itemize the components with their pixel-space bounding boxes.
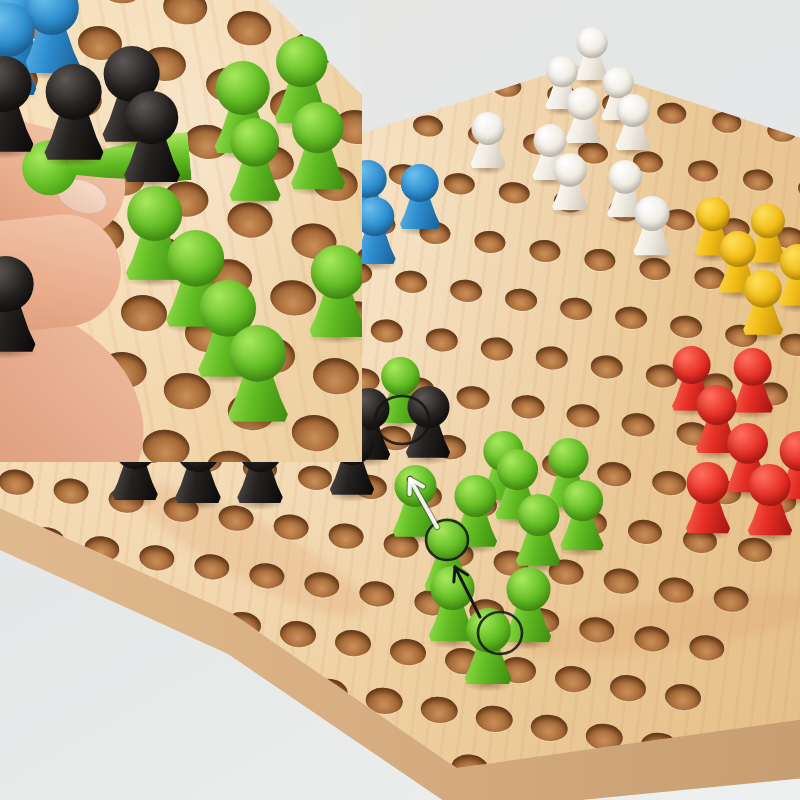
peg-head [744, 270, 782, 308]
peg-head [292, 102, 343, 153]
peg-green[interactable] [226, 325, 289, 422]
board-hole [89, 641, 129, 672]
board-hole [0, 778, 3, 800]
peg-head [548, 438, 588, 478]
peg-head [608, 160, 642, 194]
board-hole [144, 650, 184, 681]
peg-head [407, 386, 449, 428]
peg-head [566, 87, 599, 120]
peg-red[interactable] [746, 464, 793, 536]
peg-yellow[interactable] [742, 270, 784, 335]
board-hole [436, 65, 468, 89]
board-hole [230, 716, 270, 747]
peg-head [561, 480, 602, 521]
peg-black[interactable] [122, 91, 182, 182]
board-hole [381, 56, 413, 80]
peg-head [635, 196, 670, 231]
peg-red[interactable] [684, 462, 731, 534]
board-hole [120, 698, 160, 729]
peg-head [517, 494, 559, 536]
peg-head [0, 56, 32, 112]
peg-head [546, 56, 577, 87]
peg-head [697, 385, 737, 425]
board-hole [16, 787, 57, 800]
board-hole [285, 725, 325, 756]
peg-green[interactable] [228, 118, 282, 201]
board-hole [206, 765, 247, 797]
peg-black[interactable] [0, 56, 35, 152]
peg-head [696, 197, 730, 231]
peg-head [0, 256, 34, 312]
board-hole [261, 774, 302, 800]
peg-white[interactable] [615, 94, 652, 150]
board-hole [10, 680, 50, 711]
peg-blue[interactable] [399, 164, 442, 229]
peg-head [734, 348, 772, 386]
peg-head [168, 230, 225, 287]
peg-head [430, 566, 474, 610]
peg-black[interactable] [404, 386, 451, 458]
peg-head [454, 475, 496, 517]
board-hole [316, 783, 357, 800]
peg-head [216, 61, 270, 115]
peg-head [687, 462, 729, 504]
peg-head [230, 325, 287, 382]
board-hole [175, 707, 215, 738]
peg-head [46, 64, 102, 120]
board-hole [4, 574, 43, 604]
peg-head [426, 518, 469, 561]
peg-green[interactable] [308, 245, 362, 337]
peg-head [720, 231, 756, 267]
board-hole [96, 747, 137, 779]
peg-head [466, 608, 511, 653]
board-hole [199, 659, 239, 690]
peg-white[interactable] [565, 87, 602, 143]
board-hole [41, 738, 82, 770]
peg-head [496, 449, 537, 490]
peg-head [616, 94, 649, 127]
board-hole [353, 51, 362, 90]
peg-green[interactable] [289, 102, 346, 190]
board-hole [34, 632, 74, 663]
peg-white[interactable] [551, 153, 589, 211]
board-hole [65, 689, 105, 720]
peg-head [728, 423, 769, 464]
peg-head [506, 567, 550, 611]
peg-green[interactable] [559, 480, 605, 550]
peg-black[interactable] [0, 256, 37, 352]
peg-head [0, 3, 35, 57]
board-hole [71, 796, 112, 800]
photo-canvas [0, 0, 800, 800]
peg-head [673, 346, 711, 384]
peg-head [749, 464, 791, 506]
peg-head [394, 465, 436, 507]
board-hole [371, 792, 412, 800]
peg-head [533, 124, 566, 157]
peg-green[interactable] [514, 494, 561, 566]
board-hole [0, 623, 19, 654]
peg-head [471, 112, 504, 145]
peg-head [401, 164, 439, 202]
board-hole [0, 729, 26, 761]
peg-head [276, 36, 327, 87]
peg-head [125, 91, 178, 144]
inset-closeup [0, 0, 362, 462]
peg-head [231, 118, 280, 167]
board-hole [151, 756, 192, 788]
peg-head [311, 245, 362, 299]
peg-black[interactable] [43, 64, 106, 160]
peg-white[interactable] [470, 112, 507, 168]
peg-head [576, 27, 607, 58]
peg-head [553, 153, 587, 187]
peg-green[interactable] [463, 608, 513, 684]
peg-white[interactable] [632, 196, 671, 256]
